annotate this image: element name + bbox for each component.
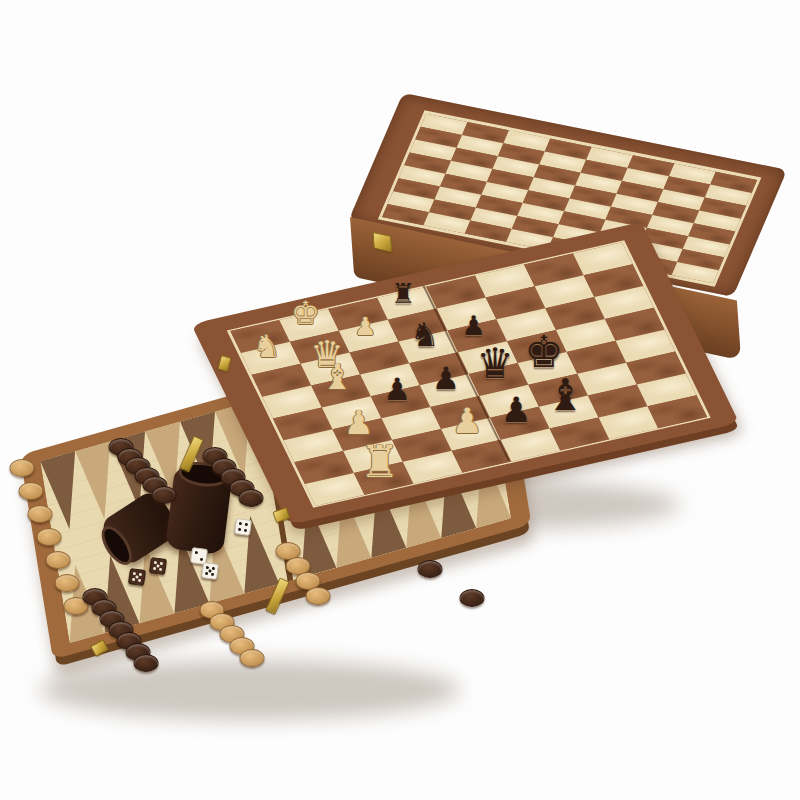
black-bishop[interactable]: ♝ <box>545 374 584 418</box>
dark-checker[interactable] <box>460 589 485 607</box>
light-checker[interactable] <box>55 574 80 592</box>
die-pip <box>139 573 142 576</box>
black-queen[interactable]: ♛ <box>476 343 514 385</box>
dark-die[interactable] <box>128 568 146 586</box>
product-photo-stage: ♜♚♟♟♞♞♚♛♛♟♝♟♝♟♟♟♜ <box>0 0 800 800</box>
black-king[interactable]: ♚ <box>524 330 563 374</box>
light-checker[interactable] <box>28 505 53 523</box>
die-pip <box>138 579 141 582</box>
light-checker[interactable] <box>306 587 331 605</box>
black-pawn[interactable]: ♟ <box>432 363 460 394</box>
white-pawn[interactable]: ♟ <box>344 406 374 439</box>
die-pip <box>205 572 208 575</box>
dark-die[interactable] <box>149 557 167 575</box>
white-die[interactable] <box>234 518 252 536</box>
white-knight[interactable]: ♞ <box>253 331 281 362</box>
black-pawn[interactable]: ♟ <box>501 392 532 427</box>
dark-checker[interactable] <box>151 486 176 504</box>
white-king[interactable]: ♚ <box>291 297 320 329</box>
die-pip <box>211 573 214 576</box>
die-pip <box>159 568 162 571</box>
black-pawn[interactable]: ♟ <box>462 312 486 339</box>
die-pip <box>212 567 215 570</box>
die-pip <box>244 529 247 532</box>
black-rook[interactable]: ♜ <box>391 279 415 306</box>
chess-board-open[interactable] <box>191 222 739 525</box>
die-pip <box>238 528 241 531</box>
light-checker[interactable] <box>46 551 71 569</box>
light-checker[interactable] <box>37 528 62 546</box>
die-pip <box>245 523 248 526</box>
light-checker[interactable] <box>10 459 35 477</box>
dark-checker[interactable] <box>239 489 264 507</box>
white-pawn[interactable]: ♟ <box>452 404 483 439</box>
box-latch-icon[interactable] <box>372 232 392 253</box>
dark-checker[interactable] <box>134 654 159 672</box>
backgammon-point[interactable] <box>40 451 87 534</box>
dark-checker[interactable] <box>418 560 443 578</box>
die-pip <box>160 562 163 565</box>
die-pip <box>132 578 135 581</box>
white-bishop[interactable]: ♝ <box>321 359 353 395</box>
light-checker[interactable] <box>240 649 265 667</box>
chess-squares[interactable] <box>227 240 711 508</box>
black-knight[interactable]: ♞ <box>410 318 440 351</box>
white-rook[interactable]: ♜ <box>360 440 399 484</box>
die-pip <box>153 567 156 570</box>
die-pip <box>195 551 198 554</box>
die-pip <box>239 522 242 525</box>
light-checker[interactable] <box>19 482 44 500</box>
white-die[interactable] <box>201 562 219 580</box>
die-pip <box>200 558 203 561</box>
black-pawn[interactable]: ♟ <box>383 374 411 405</box>
backgammon-shadow <box>40 660 460 720</box>
white-pawn[interactable]: ♟ <box>354 314 376 339</box>
